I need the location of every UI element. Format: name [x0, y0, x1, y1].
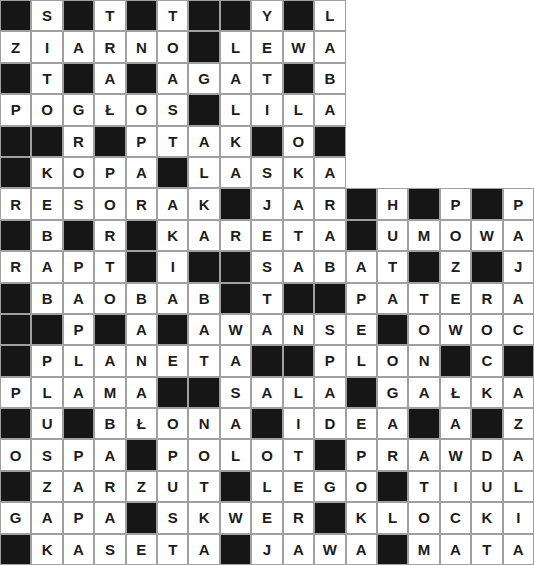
letter-cell-r8c8[interactable]: R [220, 220, 251, 251]
black-cell-r3c3 [63, 63, 94, 94]
letter-cell-r18c3[interactable]: A [63, 534, 94, 565]
black-cell-r1c3 [63, 0, 94, 31]
letter-cell-r16c3[interactable]: A [63, 471, 94, 502]
letter-cell-r16c7[interactable]: T [188, 471, 219, 502]
letter-cell-r3c2[interactable]: T [31, 63, 62, 94]
letter-cell-r6c10[interactable]: K [283, 157, 314, 188]
black-cell-r5c4 [94, 126, 125, 157]
letter-cell-r12c14[interactable]: N [408, 345, 439, 376]
void-r6c16 [471, 157, 502, 188]
letter-cell-r15c7[interactable]: O [188, 439, 219, 470]
black-cell-r5c1 [0, 126, 31, 157]
black-cell-r8c1 [0, 220, 31, 251]
letter-cell-r16c15[interactable]: I [440, 471, 471, 502]
black-cell-r17c11 [314, 502, 345, 533]
letter-cell-r7c4[interactable]: O [94, 188, 125, 219]
void-r1c12 [346, 0, 377, 31]
letter-cell-r16c16[interactable]: U [471, 471, 502, 502]
letter-cell-r12c4[interactable]: A [94, 345, 125, 376]
letter-cell-r11c10[interactable]: N [283, 314, 314, 345]
letter-cell-r9c9[interactable]: S [251, 251, 282, 282]
letter-cell-r10c12[interactable]: P [346, 283, 377, 314]
letter-cell-r13c9[interactable]: A [251, 377, 282, 408]
letter-cell-r7c15[interactable]: P [440, 188, 471, 219]
letter-cell-r8c6[interactable]: K [157, 220, 188, 251]
letter-cell-r1c2[interactable]: S [31, 0, 62, 31]
letter-cell-r9c4[interactable]: T [94, 251, 125, 282]
letter-cell-r11c3[interactable]: P [63, 314, 94, 345]
letter-cell-r10c14[interactable]: T [408, 283, 439, 314]
letter-cell-r6c4[interactable]: P [94, 157, 125, 188]
letter-cell-r15c17[interactable]: A [503, 439, 534, 470]
void-r3c12 [346, 63, 377, 94]
black-cell-r12c10 [283, 345, 314, 376]
letter-cell-r13c4[interactable]: M [94, 377, 125, 408]
black-cell-r14c3 [63, 408, 94, 439]
letter-cell-r14c11[interactable]: D [314, 408, 345, 439]
letter-cell-r9c13[interactable]: T [377, 251, 408, 282]
void-r4c15 [440, 94, 471, 125]
letter-cell-r15c6[interactable]: P [157, 439, 188, 470]
black-cell-r9c7 [188, 251, 219, 282]
black-cell-r7c16 [471, 188, 502, 219]
black-cell-r8c3 [63, 220, 94, 251]
letter-cell-r2c8[interactable]: L [220, 31, 251, 62]
letter-cell-r10c9[interactable]: T [251, 283, 282, 314]
letter-cell-r6c5[interactable]: A [126, 157, 157, 188]
letter-cell-r3c4[interactable]: A [94, 63, 125, 94]
black-cell-r7c14 [408, 188, 439, 219]
letter-cell-r17c12[interactable]: K [346, 502, 377, 533]
letter-cell-r3c7[interactable]: G [188, 63, 219, 94]
letter-cell-r12c5[interactable]: N [126, 345, 157, 376]
letter-cell-r4c10[interactable]: L [283, 94, 314, 125]
letter-cell-r18c17[interactable]: A [503, 534, 534, 565]
black-cell-r11c2 [31, 314, 62, 345]
void-r2c15 [440, 31, 471, 62]
letter-cell-r11c16[interactable]: O [471, 314, 502, 345]
void-r2c12 [346, 31, 377, 62]
letter-cell-r9c10[interactable]: A [283, 251, 314, 282]
letter-cell-r9c1[interactable]: R [0, 251, 31, 282]
letter-cell-r14c10[interactable]: I [283, 408, 314, 439]
letter-cell-r6c7[interactable]: L [188, 157, 219, 188]
letter-cell-r11c17[interactable]: C [503, 314, 534, 345]
letter-cell-r17c6[interactable]: S [157, 502, 188, 533]
letter-cell-r1c9[interactable]: Y [251, 0, 282, 31]
letter-cell-r9c17[interactable]: J [503, 251, 534, 282]
letter-cell-r15c10[interactable]: T [283, 439, 314, 470]
letter-cell-r5c6[interactable]: T [157, 126, 188, 157]
letter-cell-r18c16[interactable]: T [471, 534, 502, 565]
letter-cell-r17c8[interactable]: W [220, 502, 251, 533]
letter-cell-r12c8[interactable]: A [220, 345, 251, 376]
letter-cell-r5c3[interactable]: R [63, 126, 94, 157]
black-cell-r14c1 [0, 408, 31, 439]
letter-cell-r2c3[interactable]: A [63, 31, 94, 62]
letter-cell-r5c8[interactable]: K [220, 126, 251, 157]
letter-cell-r17c13[interactable]: L [377, 502, 408, 533]
letter-cell-r12c12[interactable]: L [346, 345, 377, 376]
black-cell-r16c13 [377, 471, 408, 502]
void-r1c16 [471, 0, 502, 31]
void-r3c16 [471, 63, 502, 94]
black-cell-r10c10 [283, 283, 314, 314]
letter-cell-r11c5[interactable]: A [126, 314, 157, 345]
void-r6c12 [346, 157, 377, 188]
black-cell-r11c6 [157, 314, 188, 345]
letter-cell-r11c12[interactable]: E [346, 314, 377, 345]
letter-cell-r12c11[interactable]: P [314, 345, 345, 376]
letter-cell-r8c11[interactable]: A [314, 220, 345, 251]
letter-cell-r12c16[interactable]: C [471, 345, 502, 376]
black-cell-r10c8 [220, 283, 251, 314]
letter-cell-r11c7[interactable]: A [188, 314, 219, 345]
letter-cell-r14c17[interactable]: Z [503, 408, 534, 439]
letter-cell-r7c9[interactable]: J [251, 188, 282, 219]
letter-cell-r6c11[interactable]: A [314, 157, 345, 188]
letter-cell-r10c5[interactable]: B [126, 283, 157, 314]
void-r1c14 [408, 0, 439, 31]
letter-cell-r14c4[interactable]: B [94, 408, 125, 439]
letter-cell-r10c15[interactable]: E [440, 283, 471, 314]
letter-cell-r9c3[interactable]: P [63, 251, 94, 282]
letter-cell-r14c5[interactable]: Ł [126, 408, 157, 439]
letter-cell-r10c4[interactable]: O [94, 283, 125, 314]
letter-cell-r15c12[interactable]: P [346, 439, 377, 470]
letter-cell-r2c5[interactable]: N [126, 31, 157, 62]
letter-cell-r7c13[interactable]: H [377, 188, 408, 219]
black-cell-r8c5 [126, 220, 157, 251]
letter-cell-r14c12[interactable]: E [346, 408, 377, 439]
black-cell-r3c10 [283, 63, 314, 94]
letter-cell-r16c12[interactable]: O [346, 471, 377, 502]
letter-cell-r7c6[interactable]: A [157, 188, 188, 219]
letter-cell-r15c1[interactable]: O [0, 439, 31, 470]
black-cell-r13c12 [346, 377, 377, 408]
letter-cell-r2c6[interactable]: O [157, 31, 188, 62]
letter-cell-r10c17[interactable]: A [503, 283, 534, 314]
letter-cell-r12c3[interactable]: L [63, 345, 94, 376]
black-cell-r12c15 [440, 345, 471, 376]
letter-cell-r6c3[interactable]: O [63, 157, 94, 188]
void-r3c14 [408, 63, 439, 94]
letter-cell-r15c8[interactable]: L [220, 439, 251, 470]
letter-cell-r8c9[interactable]: E [251, 220, 282, 251]
letter-cell-r9c11[interactable]: B [314, 251, 345, 282]
letter-cell-r10c7[interactable]: B [188, 283, 219, 314]
letter-cell-r13c1[interactable]: P [0, 377, 31, 408]
letter-cell-r17c3[interactable]: P [63, 502, 94, 533]
void-r3c13 [377, 63, 408, 94]
letter-cell-r13c15[interactable]: Ł [440, 377, 471, 408]
letter-cell-r5c5[interactable]: P [126, 126, 157, 157]
letter-cell-r1c4[interactable]: T [94, 0, 125, 31]
void-r5c12 [346, 126, 377, 157]
letter-cell-r2c10[interactable]: W [283, 31, 314, 62]
letter-cell-r17c9[interactable]: E [251, 502, 282, 533]
void-r6c15 [440, 157, 471, 188]
black-cell-r9c16 [471, 251, 502, 282]
void-r4c17 [503, 94, 534, 125]
letter-cell-r4c8[interactable]: L [220, 94, 251, 125]
letter-cell-r15c13[interactable]: R [377, 439, 408, 470]
black-cell-r14c14 [408, 408, 439, 439]
letter-cell-r7c11[interactable]: R [314, 188, 345, 219]
void-r6c13 [377, 157, 408, 188]
letter-cell-r15c3[interactable]: P [63, 439, 94, 470]
letter-cell-r18c4[interactable]: S [94, 534, 125, 565]
black-cell-r17c5 [126, 502, 157, 533]
letter-cell-r13c3[interactable]: A [63, 377, 94, 408]
letter-cell-r2c1[interactable]: Z [0, 31, 31, 62]
letter-cell-r2c2[interactable]: I [31, 31, 62, 62]
black-cell-r1c8 [220, 0, 251, 31]
letter-cell-r4c1[interactable]: P [0, 94, 31, 125]
black-cell-r1c5 [126, 0, 157, 31]
void-r5c14 [408, 126, 439, 157]
void-r5c15 [440, 126, 471, 157]
letter-cell-r12c7[interactable]: T [188, 345, 219, 376]
letter-cell-r2c9[interactable]: E [251, 31, 282, 62]
letter-cell-r7c10[interactable]: A [283, 188, 314, 219]
black-cell-r3c5 [126, 63, 157, 94]
black-cell-r10c11 [314, 283, 345, 314]
letter-cell-r13c5[interactable]: A [126, 377, 157, 408]
void-r2c14 [408, 31, 439, 62]
black-cell-r7c12 [346, 188, 377, 219]
letter-cell-r13c17[interactable]: A [503, 377, 534, 408]
black-cell-r12c17 [503, 345, 534, 376]
letter-cell-r17c10[interactable]: R [283, 502, 314, 533]
letter-cell-r8c2[interactable]: B [31, 220, 62, 251]
black-cell-r7c8 [220, 188, 251, 219]
black-cell-r12c9 [251, 345, 282, 376]
letter-cell-r8c10[interactable]: T [283, 220, 314, 251]
letter-cell-r13c16[interactable]: K [471, 377, 502, 408]
letter-cell-r3c11[interactable]: B [314, 63, 345, 94]
void-r5c13 [377, 126, 408, 157]
letter-cell-r13c10[interactable]: L [283, 377, 314, 408]
letter-cell-r8c13[interactable]: U [377, 220, 408, 251]
void-r1c17 [503, 0, 534, 31]
letter-cell-r13c8[interactable]: S [220, 377, 251, 408]
letter-cell-r13c14[interactable]: A [408, 377, 439, 408]
letter-cell-r14c6[interactable]: O [157, 408, 188, 439]
black-cell-r5c11 [314, 126, 345, 157]
letter-cell-r4c6[interactable]: S [157, 94, 188, 125]
void-r4c14 [408, 94, 439, 125]
letter-cell-r7c2[interactable]: E [31, 188, 62, 219]
letter-cell-r14c8[interactable]: A [220, 408, 251, 439]
letter-cell-r16c2[interactable]: Z [31, 471, 62, 502]
letter-cell-r18c7[interactable]: A [188, 534, 219, 565]
black-cell-r5c9 [251, 126, 282, 157]
black-cell-r13c7 [188, 377, 219, 408]
letter-cell-r10c16[interactable]: R [471, 283, 502, 314]
letter-cell-r16c11[interactable]: G [314, 471, 345, 502]
void-r4c12 [346, 94, 377, 125]
black-cell-r11c13 [377, 314, 408, 345]
void-r3c15 [440, 63, 471, 94]
letter-cell-r17c2[interactable]: A [31, 502, 62, 533]
letter-cell-r13c13[interactable]: G [377, 377, 408, 408]
black-cell-r3c1 [0, 63, 31, 94]
black-cell-r10c1 [0, 283, 31, 314]
letter-cell-r1c6[interactable]: T [157, 0, 188, 31]
letter-cell-r6c9[interactable]: S [251, 157, 282, 188]
letter-cell-r15c14[interactable]: A [408, 439, 439, 470]
void-r6c17 [503, 157, 534, 188]
black-cell-r11c1 [0, 314, 31, 345]
black-cell-r9c5 [126, 251, 157, 282]
letter-cell-r17c7[interactable]: K [188, 502, 219, 533]
letter-cell-r3c9[interactable]: T [251, 63, 282, 94]
black-cell-r8c12 [346, 220, 377, 251]
void-r4c13 [377, 94, 408, 125]
letter-cell-r7c17[interactable]: P [503, 188, 534, 219]
black-cell-r12c1 [0, 345, 31, 376]
letter-cell-r12c6[interactable]: E [157, 345, 188, 376]
letter-cell-r10c3[interactable]: A [63, 283, 94, 314]
letter-cell-r17c17[interactable]: I [503, 502, 534, 533]
letter-cell-r13c11[interactable]: A [314, 377, 345, 408]
letter-cell-r9c2[interactable]: A [31, 251, 62, 282]
letter-cell-r16c6[interactable]: U [157, 471, 188, 502]
letter-cell-r17c14[interactable]: O [408, 502, 439, 533]
void-r5c17 [503, 126, 534, 157]
letter-cell-r2c11[interactable]: A [314, 31, 345, 62]
letter-cell-r8c7[interactable]: A [188, 220, 219, 251]
black-cell-r2c7 [188, 31, 219, 62]
crossword-grid: STTYLZIARNOLEWATAAGATBPOGŁOSLILARPTAKOKO… [0, 0, 534, 565]
letter-cell-r17c4[interactable]: A [94, 502, 125, 533]
black-cell-r16c8 [220, 471, 251, 502]
black-cell-r4c7 [188, 94, 219, 125]
letter-cell-r12c2[interactable]: P [31, 345, 62, 376]
letter-cell-r8c4[interactable]: R [94, 220, 125, 251]
letter-cell-r5c10[interactable]: O [283, 126, 314, 157]
letter-cell-r2c4[interactable]: R [94, 31, 125, 62]
letter-cell-r16c17[interactable]: L [503, 471, 534, 502]
letter-cell-r14c2[interactable]: U [31, 408, 62, 439]
void-r5c16 [471, 126, 502, 157]
letter-cell-r14c7[interactable]: N [188, 408, 219, 439]
void-r2c17 [503, 31, 534, 62]
letter-cell-r9c15[interactable]: Z [440, 251, 471, 282]
letter-cell-r9c12[interactable]: A [346, 251, 377, 282]
black-cell-r13c6 [157, 377, 188, 408]
letter-cell-r6c2[interactable]: K [31, 157, 62, 188]
letter-cell-r9c6[interactable]: I [157, 251, 188, 282]
letter-cell-r12c13[interactable]: O [377, 345, 408, 376]
letter-cell-r4c9[interactable]: I [251, 94, 282, 125]
black-cell-r6c1 [0, 157, 31, 188]
black-cell-r11c4 [94, 314, 125, 345]
letter-cell-r7c7[interactable]: K [188, 188, 219, 219]
letter-cell-r11c9[interactable]: A [251, 314, 282, 345]
letter-cell-r15c4[interactable]: A [94, 439, 125, 470]
letter-cell-r16c14[interactable]: T [408, 471, 439, 502]
letter-cell-r18c10[interactable]: A [283, 534, 314, 565]
letter-cell-r17c1[interactable]: G [0, 502, 31, 533]
letter-cell-r10c2[interactable]: B [31, 283, 62, 314]
letter-cell-r18c6[interactable]: T [157, 534, 188, 565]
letter-cell-r7c1[interactable]: R [0, 188, 31, 219]
letter-cell-r15c15[interactable]: W [440, 439, 471, 470]
letter-cell-r4c4[interactable]: Ł [94, 94, 125, 125]
letter-cell-r4c5[interactable]: O [126, 94, 157, 125]
letter-cell-r10c13[interactable]: A [377, 283, 408, 314]
void-r4c16 [471, 94, 502, 125]
black-cell-r15c11 [314, 439, 345, 470]
void-r2c16 [471, 31, 502, 62]
letter-cell-r5c7[interactable]: A [188, 126, 219, 157]
letter-cell-r15c9[interactable]: O [251, 439, 282, 470]
letter-cell-r18c11[interactable]: W [314, 534, 345, 565]
letter-cell-r3c6[interactable]: A [157, 63, 188, 94]
letter-cell-r14c13[interactable]: A [377, 408, 408, 439]
black-cell-r5c2 [31, 126, 62, 157]
letter-cell-r11c8[interactable]: W [220, 314, 251, 345]
black-cell-r18c8 [220, 534, 251, 565]
letter-cell-r15c16[interactable]: D [471, 439, 502, 470]
letter-cell-r18c12[interactable]: A [346, 534, 377, 565]
letter-cell-r11c11[interactable]: S [314, 314, 345, 345]
letter-cell-r4c11[interactable]: A [314, 94, 345, 125]
letter-cell-r6c8[interactable]: A [220, 157, 251, 188]
void-r1c13 [377, 0, 408, 31]
letter-cell-r18c15[interactable]: A [440, 534, 471, 565]
letter-cell-r13c2[interactable]: L [31, 377, 62, 408]
letter-cell-r3c8[interactable]: A [220, 63, 251, 94]
letter-cell-r16c9[interactable]: L [251, 471, 282, 502]
letter-cell-r16c10[interactable]: E [283, 471, 314, 502]
letter-cell-r8c15[interactable]: O [440, 220, 471, 251]
letter-cell-r16c5[interactable]: Z [126, 471, 157, 502]
letter-cell-r4c3[interactable]: G [63, 94, 94, 125]
black-cell-r1c7 [188, 0, 219, 31]
letter-cell-r17c16[interactable]: K [471, 502, 502, 533]
letter-cell-r16c4[interactable]: R [94, 471, 125, 502]
letter-cell-r8c16[interactable]: W [471, 220, 502, 251]
black-cell-r9c14 [408, 251, 439, 282]
letter-cell-r7c3[interactable]: S [63, 188, 94, 219]
black-cell-r6c6 [157, 157, 188, 188]
letter-cell-r18c9[interactable]: J [251, 534, 282, 565]
letter-cell-r1c11[interactable]: L [314, 0, 345, 31]
black-cell-r9c8 [220, 251, 251, 282]
letter-cell-r18c2[interactable]: K [31, 534, 62, 565]
letter-cell-r11c15[interactable]: W [440, 314, 471, 345]
letter-cell-r10c6[interactable]: A [157, 283, 188, 314]
black-cell-r16c1 [0, 471, 31, 502]
letter-cell-r15c2[interactable]: S [31, 439, 62, 470]
letter-cell-r8c14[interactable]: M [408, 220, 439, 251]
void-r1c15 [440, 0, 471, 31]
letter-cell-r4c2[interactable]: O [31, 94, 62, 125]
letter-cell-r11c14[interactable]: O [408, 314, 439, 345]
letter-cell-r18c5[interactable]: E [126, 534, 157, 565]
void-r3c17 [503, 63, 534, 94]
letter-cell-r18c14[interactable]: M [408, 534, 439, 565]
letter-cell-r14c15[interactable]: A [440, 408, 471, 439]
black-cell-r18c13 [377, 534, 408, 565]
letter-cell-r8c17[interactable]: A [503, 220, 534, 251]
void-r2c13 [377, 31, 408, 62]
letter-cell-r17c15[interactable]: C [440, 502, 471, 533]
letter-cell-r7c5[interactable]: R [126, 188, 157, 219]
